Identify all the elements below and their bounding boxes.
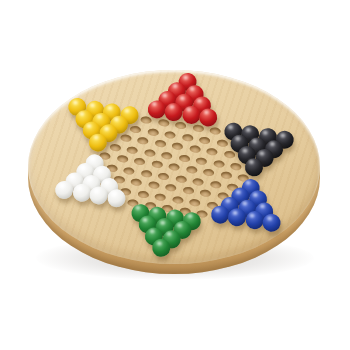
marble-highlight xyxy=(80,165,86,170)
hole-recess xyxy=(140,116,152,125)
hole-recess xyxy=(220,171,232,180)
marble-highlight xyxy=(203,110,209,115)
marble-highlight xyxy=(93,135,99,140)
hole-recess xyxy=(189,198,201,207)
hole-recess xyxy=(185,166,197,175)
marble-highlight xyxy=(186,107,192,112)
hole-recess xyxy=(210,180,222,189)
hole-recess xyxy=(164,130,176,139)
marble-highlight xyxy=(215,208,221,213)
marble-highlight xyxy=(266,216,272,221)
hole-recess xyxy=(199,136,211,145)
chinese-checkers-scene xyxy=(0,0,350,350)
marble-highlight xyxy=(166,232,172,237)
marble-highlight xyxy=(280,133,286,138)
hole-recess xyxy=(189,145,201,154)
marble-highlight xyxy=(142,217,148,222)
marble-highlight xyxy=(235,136,241,141)
marble-highlight xyxy=(235,190,241,195)
hole-recess xyxy=(130,178,142,187)
hole-recess xyxy=(172,195,184,204)
hole-recess xyxy=(144,148,156,157)
hole-recess xyxy=(126,146,138,155)
marble-highlight xyxy=(242,201,248,206)
hole-recess xyxy=(158,172,170,181)
marble-highlight xyxy=(96,114,102,119)
hole-recess xyxy=(154,139,166,148)
marble-highlight xyxy=(245,127,251,132)
hole-r12c0[interactable] xyxy=(54,186,73,199)
marble-highlight xyxy=(252,192,258,197)
board xyxy=(28,70,320,264)
marble-highlight xyxy=(114,117,120,122)
marble-highlight xyxy=(59,183,65,188)
marble-highlight xyxy=(232,210,238,215)
marble-highlight xyxy=(94,188,100,193)
marble-highlight xyxy=(162,93,168,98)
hole-recess xyxy=(175,175,187,184)
marble-highlight xyxy=(90,156,96,161)
marble-highlight xyxy=(249,160,255,165)
hole-recess xyxy=(109,143,121,152)
hole-recess xyxy=(123,166,135,175)
hole-recess xyxy=(147,181,159,190)
hole-recess xyxy=(147,128,159,137)
marble-highlight xyxy=(97,168,103,173)
marble-highlight xyxy=(111,191,117,196)
marble-highlight xyxy=(182,75,188,80)
hole-r12c1[interactable] xyxy=(72,188,91,201)
marble-highlight xyxy=(69,174,75,179)
hole-recess xyxy=(203,168,215,177)
marble-highlight xyxy=(149,229,155,234)
hole-r12c2[interactable] xyxy=(89,191,108,204)
hole-recess xyxy=(168,163,180,172)
hole-recess xyxy=(171,142,183,151)
hole-r12c11[interactable] xyxy=(244,216,263,229)
hole-recess xyxy=(223,150,235,159)
marble-highlight xyxy=(76,186,82,191)
hole-recess xyxy=(182,133,194,142)
marble-highlight xyxy=(196,98,202,103)
marble-highlight xyxy=(259,204,265,209)
marble-highlight xyxy=(187,214,193,219)
marble-highlight xyxy=(242,148,248,153)
marble-highlight xyxy=(72,100,78,105)
hole-recess xyxy=(116,155,128,164)
hole-recess xyxy=(192,124,204,133)
hole-recess xyxy=(216,139,228,148)
marble-highlight xyxy=(159,220,165,225)
marble-highlight xyxy=(189,87,195,92)
marble-highlight xyxy=(172,84,178,89)
marble-highlight xyxy=(269,142,275,147)
marble-highlight xyxy=(152,208,158,213)
marble-highlight xyxy=(249,213,255,218)
hole-recess xyxy=(140,169,152,178)
marble-highlight xyxy=(89,103,95,108)
marble-highlight xyxy=(135,206,141,211)
hole-recess xyxy=(209,127,221,136)
hole-r12c12[interactable] xyxy=(262,219,281,232)
marble-highlight xyxy=(225,199,231,204)
hole-recess xyxy=(178,154,190,163)
hole-recess xyxy=(130,125,142,134)
hole-r16c0[interactable] xyxy=(151,244,170,257)
marble-highlight xyxy=(259,151,265,156)
marble-highlight xyxy=(252,139,258,144)
hole-recess xyxy=(137,190,149,199)
hole-recess xyxy=(206,148,218,157)
hole-recess xyxy=(161,151,173,160)
hole-recess xyxy=(213,159,225,168)
hole-r12c3[interactable] xyxy=(106,194,125,207)
hole-r12c10[interactable] xyxy=(227,213,246,226)
marble-highlight xyxy=(228,125,234,130)
hole-recess xyxy=(133,157,145,166)
marble-highlight xyxy=(262,130,268,135)
hole-recess xyxy=(165,184,177,193)
hole-recess xyxy=(196,157,208,166)
hole-recess xyxy=(175,121,187,130)
hole-recess xyxy=(119,134,131,143)
marble-highlight xyxy=(152,102,158,107)
marble-highlight xyxy=(87,177,93,182)
hole-recess xyxy=(154,193,166,202)
marble-highlight xyxy=(177,223,183,228)
star-grid xyxy=(47,61,300,273)
hole-recess xyxy=(192,177,204,186)
marble-highlight xyxy=(86,123,92,128)
hole-recess xyxy=(199,189,211,198)
marble-highlight xyxy=(156,241,162,246)
marble-highlight xyxy=(103,126,109,131)
marble-highlight xyxy=(124,108,130,113)
marble-highlight xyxy=(107,105,113,110)
hole-recess xyxy=(157,119,169,128)
marble-highlight xyxy=(245,181,251,186)
hole-recess xyxy=(182,186,194,195)
marble-highlight xyxy=(169,105,175,110)
hole-recess xyxy=(151,160,163,169)
marble-highlight xyxy=(179,96,185,101)
hole-recess xyxy=(230,162,242,171)
marble-highlight xyxy=(79,112,85,117)
hole-recess xyxy=(137,137,149,146)
marble-highlight xyxy=(104,179,110,184)
hole-r12c9[interactable] xyxy=(210,210,229,223)
marble-highlight xyxy=(170,211,176,216)
